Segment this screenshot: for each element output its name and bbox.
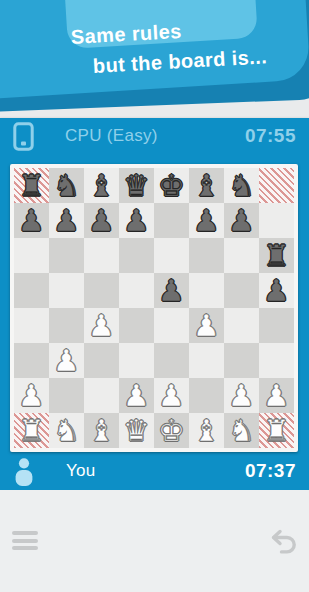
- square-e5[interactable]: ♟: [154, 273, 189, 308]
- square-e2[interactable]: ♟: [154, 378, 189, 413]
- square-b2[interactable]: [49, 378, 84, 413]
- square-c3[interactable]: [84, 343, 119, 378]
- board-frame: ♜♞♝♛♚♝♞♟♟♟♟♟♟♜♟♟♟♟♟♟♟♟♟♟♜♞♝♛♚♝♞♜: [10, 164, 298, 452]
- piece-white-bishop[interactable]: ♝: [84, 413, 119, 448]
- opponent-name: CPU (Easy): [65, 126, 158, 146]
- square-d6[interactable]: [119, 238, 154, 273]
- piece-white-king[interactable]: ♚: [154, 413, 189, 448]
- piece-black-queen[interactable]: ♛: [119, 168, 154, 203]
- piece-black-pawn[interactable]: ♟: [154, 273, 189, 308]
- piece-black-pawn[interactable]: ♟: [119, 203, 154, 238]
- square-a3[interactable]: [14, 343, 49, 378]
- square-a4[interactable]: [14, 308, 49, 343]
- square-f3[interactable]: [189, 343, 224, 378]
- square-e7[interactable]: [154, 203, 189, 238]
- phone-icon: [13, 122, 34, 151]
- square-c5[interactable]: [84, 273, 119, 308]
- square-f1[interactable]: ♝: [189, 413, 224, 448]
- square-f4[interactable]: ♟: [189, 308, 224, 343]
- square-f8[interactable]: ♝: [189, 168, 224, 203]
- game-panel: CPU (Easy) 07:55 ♜♞♝♛♚♝♞♟♟♟♟♟♟♜♟♟♟♟♟♟♟♟♟…: [0, 118, 309, 490]
- square-b6[interactable]: [49, 238, 84, 273]
- square-f5[interactable]: [189, 273, 224, 308]
- square-d5[interactable]: [119, 273, 154, 308]
- piece-white-pawn[interactable]: ♟: [259, 378, 294, 413]
- square-g6[interactable]: [224, 238, 259, 273]
- square-d4[interactable]: [119, 308, 154, 343]
- square-d1[interactable]: ♛: [119, 413, 154, 448]
- promo-banner: Same rules but the board is...: [0, 0, 309, 118]
- piece-white-pawn[interactable]: ♟: [119, 378, 154, 413]
- square-a6[interactable]: [14, 238, 49, 273]
- piece-black-rook[interactable]: ♜: [259, 238, 294, 273]
- square-h8[interactable]: [259, 168, 294, 203]
- square-h4[interactable]: [259, 308, 294, 343]
- piece-black-pawn[interactable]: ♟: [224, 203, 259, 238]
- square-g4[interactable]: [224, 308, 259, 343]
- hamburger-menu-icon[interactable]: [12, 531, 40, 553]
- square-c7[interactable]: ♟: [84, 203, 119, 238]
- square-g8[interactable]: ♞: [224, 168, 259, 203]
- piece-black-pawn[interactable]: ♟: [14, 203, 49, 238]
- piece-white-pawn[interactable]: ♟: [154, 378, 189, 413]
- square-a1[interactable]: ♜: [14, 413, 49, 448]
- footer: [0, 490, 309, 592]
- square-e6[interactable]: [154, 238, 189, 273]
- piece-black-bishop[interactable]: ♝: [189, 168, 224, 203]
- piece-white-rook[interactable]: ♜: [259, 413, 294, 448]
- square-c1[interactable]: ♝: [84, 413, 119, 448]
- player-clock: 07:37: [245, 460, 296, 482]
- square-g1[interactable]: ♞: [224, 413, 259, 448]
- square-c2[interactable]: [84, 378, 119, 413]
- square-g2[interactable]: ♟: [224, 378, 259, 413]
- square-h6[interactable]: ♜: [259, 238, 294, 273]
- square-d8[interactable]: ♛: [119, 168, 154, 203]
- square-d3[interactable]: [119, 343, 154, 378]
- piece-black-pawn[interactable]: ♟: [259, 273, 294, 308]
- square-d7[interactable]: ♟: [119, 203, 154, 238]
- piece-black-pawn[interactable]: ♟: [84, 203, 119, 238]
- piece-black-knight[interactable]: ♞: [49, 168, 84, 203]
- player-bar: You 07:37: [0, 452, 309, 490]
- square-h1[interactable]: ♜: [259, 413, 294, 448]
- square-g5[interactable]: [224, 273, 259, 308]
- square-b7[interactable]: ♟: [49, 203, 84, 238]
- piece-white-pawn[interactable]: ♟: [224, 378, 259, 413]
- piece-white-knight[interactable]: ♞: [224, 413, 259, 448]
- square-a8[interactable]: ♜: [14, 168, 49, 203]
- piece-black-bishop[interactable]: ♝: [84, 168, 119, 203]
- piece-black-pawn[interactable]: ♟: [189, 203, 224, 238]
- square-e8[interactable]: ♚: [154, 168, 189, 203]
- square-e1[interactable]: ♚: [154, 413, 189, 448]
- square-e3[interactable]: [154, 343, 189, 378]
- square-a2[interactable]: ♟: [14, 378, 49, 413]
- piece-white-queen[interactable]: ♛: [119, 413, 154, 448]
- square-b5[interactable]: [49, 273, 84, 308]
- square-a5[interactable]: [14, 273, 49, 308]
- square-h2[interactable]: ♟: [259, 378, 294, 413]
- piece-white-pawn[interactable]: ♟: [84, 308, 119, 343]
- square-c6[interactable]: [84, 238, 119, 273]
- piece-white-pawn[interactable]: ♟: [14, 378, 49, 413]
- piece-white-bishop[interactable]: ♝: [189, 413, 224, 448]
- undo-arrow-icon[interactable]: [269, 528, 299, 556]
- square-b1[interactable]: ♞: [49, 413, 84, 448]
- square-b3[interactable]: ♟: [49, 343, 84, 378]
- piece-black-king[interactable]: ♚: [154, 168, 189, 203]
- piece-white-rook[interactable]: ♜: [14, 413, 49, 448]
- player-name: You: [66, 461, 96, 481]
- square-d2[interactable]: ♟: [119, 378, 154, 413]
- piece-white-knight[interactable]: ♞: [49, 413, 84, 448]
- piece-white-pawn[interactable]: ♟: [49, 343, 84, 378]
- opponent-bar: CPU (Easy) 07:55: [0, 118, 309, 154]
- square-g7[interactable]: ♟: [224, 203, 259, 238]
- piece-black-knight[interactable]: ♞: [224, 168, 259, 203]
- square-b8[interactable]: ♞: [49, 168, 84, 203]
- square-f7[interactable]: ♟: [189, 203, 224, 238]
- square-f2[interactable]: [189, 378, 224, 413]
- square-a7[interactable]: ♟: [14, 203, 49, 238]
- square-e4[interactable]: [154, 308, 189, 343]
- piece-white-pawn[interactable]: ♟: [189, 308, 224, 343]
- square-b4[interactable]: [49, 308, 84, 343]
- square-h5[interactable]: ♟: [259, 273, 294, 308]
- piece-black-pawn[interactable]: ♟: [49, 203, 84, 238]
- square-f6[interactable]: [189, 238, 224, 273]
- square-h7[interactable]: [259, 203, 294, 238]
- square-g3[interactable]: [224, 343, 259, 378]
- app-screen: Same rules but the board is... CPU (Easy…: [0, 0, 309, 592]
- piece-black-rook[interactable]: ♜: [14, 168, 49, 203]
- chess-board[interactable]: ♜♞♝♛♚♝♞♟♟♟♟♟♟♜♟♟♟♟♟♟♟♟♟♟♜♞♝♛♚♝♞♜: [14, 168, 294, 448]
- square-h3[interactable]: [259, 343, 294, 378]
- square-c4[interactable]: ♟: [84, 308, 119, 343]
- opponent-clock: 07:55: [245, 125, 296, 147]
- person-icon: [13, 457, 35, 486]
- square-c8[interactable]: ♝: [84, 168, 119, 203]
